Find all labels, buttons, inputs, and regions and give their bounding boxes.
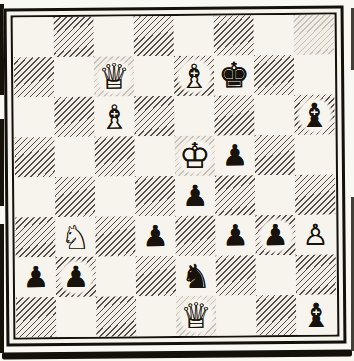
square-f6[interactable]: [214, 95, 254, 135]
square-a5[interactable]: [15, 137, 55, 177]
square-e1[interactable]: ♕: [176, 296, 216, 336]
square-h5[interactable]: [295, 135, 335, 175]
square-b4[interactable]: [55, 177, 95, 217]
white-bishop-e7: ♗: [175, 57, 212, 94]
chess-diagram-scan: ♕♗♚♗♝♔♟♟♘♟♟♟♙♟♟♞♕♝: [0, 0, 354, 361]
square-b6[interactable]: [54, 97, 94, 137]
square-a2[interactable]: ♟: [16, 257, 56, 297]
white-queen-e1: ♕: [178, 297, 215, 334]
white-queen-c7: ♕: [95, 58, 132, 95]
board-frame: ♕♗♚♗♝♔♟♟♘♟♟♟♙♟♟♞♕♝: [4, 6, 347, 347]
square-c1[interactable]: [96, 296, 136, 336]
black-bishop-h6: ♝: [296, 96, 333, 133]
square-g2[interactable]: [256, 255, 296, 295]
square-h3[interactable]: ♙: [295, 215, 335, 255]
square-f7[interactable]: ♚: [214, 55, 254, 95]
black-knight-e2: ♞: [177, 257, 214, 294]
square-a1[interactable]: [16, 297, 56, 337]
black-bishop-h1: ♝: [298, 296, 335, 333]
black-pawn-b2: ♟: [57, 258, 94, 295]
scan-artifact-bottom-bar: [2, 349, 352, 359]
square-c2[interactable]: [96, 256, 136, 296]
black-pawn-e4: ♟: [177, 177, 214, 214]
square-d4[interactable]: [135, 176, 175, 216]
square-g6[interactable]: [254, 95, 294, 135]
square-b7[interactable]: [54, 57, 94, 97]
square-e6[interactable]: [174, 96, 214, 136]
square-b3[interactable]: ♘: [55, 217, 95, 257]
square-b1[interactable]: [56, 297, 96, 337]
square-e5[interactable]: ♔: [175, 136, 215, 176]
square-d2[interactable]: [136, 256, 176, 296]
square-b8[interactable]: [54, 17, 94, 57]
square-c6[interactable]: ♗: [94, 96, 134, 136]
square-g3[interactable]: ♟: [255, 215, 295, 255]
black-king-f7: ♚: [215, 57, 252, 94]
square-h4[interactable]: [295, 175, 335, 215]
square-f1[interactable]: [216, 295, 256, 335]
white-pawn-h3: ♙: [297, 216, 334, 253]
square-b2[interactable]: ♟: [56, 257, 96, 297]
square-h2[interactable]: [296, 255, 336, 295]
black-pawn-f3: ♟: [217, 217, 254, 254]
square-f8[interactable]: [214, 15, 254, 55]
white-knight-b3: ♘: [57, 218, 94, 255]
square-e8[interactable]: [174, 16, 214, 56]
square-g7[interactable]: [254, 55, 294, 95]
square-c5[interactable]: [95, 136, 135, 176]
square-h7[interactable]: [294, 55, 334, 95]
square-d5[interactable]: [135, 136, 175, 176]
square-h8[interactable]: [294, 15, 334, 55]
square-e7[interactable]: ♗: [174, 56, 214, 96]
square-g5[interactable]: [255, 135, 295, 175]
square-d8[interactable]: [134, 16, 174, 56]
square-f5[interactable]: ♟: [215, 135, 255, 175]
square-f2[interactable]: [216, 255, 256, 295]
square-a7[interactable]: [14, 57, 54, 97]
square-f3[interactable]: ♟: [215, 215, 255, 255]
square-h1[interactable]: ♝: [296, 295, 336, 335]
square-c7[interactable]: ♕: [94, 56, 134, 96]
square-d6[interactable]: [134, 96, 174, 136]
black-pawn-g3: ♟: [257, 216, 294, 253]
white-bishop-c6: ♗: [96, 98, 133, 135]
square-g4[interactable]: [255, 175, 295, 215]
square-a3[interactable]: [15, 217, 55, 257]
square-d1[interactable]: [136, 296, 176, 336]
square-d3[interactable]: ♟: [135, 216, 175, 256]
black-pawn-a2: ♟: [17, 259, 54, 296]
square-e3[interactable]: [175, 216, 215, 256]
square-a8[interactable]: [14, 17, 54, 57]
black-pawn-d3: ♟: [137, 218, 174, 255]
black-pawn-f5: ♟: [216, 137, 253, 174]
square-d7[interactable]: [134, 56, 174, 96]
chess-board: ♕♗♚♗♝♔♟♟♘♟♟♟♙♟♟♞♕♝: [14, 15, 337, 338]
square-a4[interactable]: [15, 177, 55, 217]
square-b5[interactable]: [55, 137, 95, 177]
square-g8[interactable]: [254, 15, 294, 55]
board-inner-border: ♕♗♚♗♝♔♟♟♘♟♟♟♙♟♟♞♕♝: [11, 13, 340, 340]
square-h6[interactable]: ♝: [294, 95, 334, 135]
square-c8[interactable]: [94, 16, 134, 56]
square-f4[interactable]: [215, 175, 255, 215]
square-c4[interactable]: [95, 176, 135, 216]
square-g1[interactable]: [256, 295, 296, 335]
white-king-e5: ♔: [176, 137, 213, 174]
square-e2[interactable]: ♞: [176, 256, 216, 296]
square-c3[interactable]: [95, 216, 135, 256]
square-e4[interactable]: ♟: [175, 176, 215, 216]
square-a6[interactable]: [14, 97, 54, 137]
